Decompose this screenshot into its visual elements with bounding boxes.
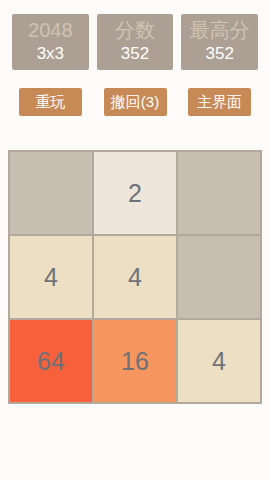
cell-2-1: 16 [94, 320, 176, 402]
game-board[interactable]: 2 4 4 64 16 4 [8, 150, 262, 404]
cell-1-2 [178, 236, 260, 318]
best-score-box: 最高分 352 [181, 14, 258, 70]
cell-2-0: 64 [10, 320, 92, 402]
cell-0-1: 2 [94, 152, 176, 234]
score-value: 352 [121, 43, 149, 65]
restart-button[interactable]: 重玩 [19, 88, 82, 116]
cell-1-0: 4 [10, 236, 92, 318]
cell-0-0 [10, 152, 92, 234]
cell-0-2 [178, 152, 260, 234]
score-label: 分数 [115, 18, 155, 43]
best-score-label: 最高分 [190, 18, 250, 43]
cell-2-2: 4 [178, 320, 260, 402]
cell-1-1: 4 [94, 236, 176, 318]
board-size-value: 3x3 [37, 43, 64, 65]
toolbar: 重玩 撤回(3) 主界面 [19, 88, 251, 116]
score-box: 分数 352 [97, 14, 174, 70]
undo-button[interactable]: 撤回(3) [104, 88, 167, 116]
game-title: 2048 [28, 18, 73, 43]
score-header: 2048 3x3 分数 352 最高分 352 [12, 14, 258, 70]
home-button[interactable]: 主界面 [188, 88, 251, 116]
best-score-value: 352 [205, 43, 233, 65]
board-size-box: 2048 3x3 [12, 14, 89, 70]
